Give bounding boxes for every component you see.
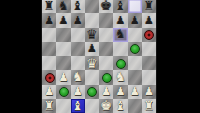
black-pawn-piece: ♟ bbox=[128, 13, 142, 27]
white-pawn-piece: ♟ bbox=[71, 85, 85, 99]
black-rook-piece: ♜ bbox=[42, 0, 56, 13]
square-f7[interactable]: ♟ bbox=[113, 13, 127, 27]
square-d7[interactable] bbox=[85, 13, 99, 27]
square-d2[interactable] bbox=[85, 85, 99, 99]
white-pawn-piece: ♟ bbox=[113, 85, 127, 99]
square-g7[interactable]: ♟ bbox=[128, 13, 142, 27]
square-b2[interactable] bbox=[56, 85, 70, 99]
square-c2[interactable]: ♟ bbox=[71, 85, 85, 99]
square-g3[interactable] bbox=[128, 70, 142, 84]
square-d3[interactable] bbox=[85, 70, 99, 84]
square-a1[interactable]: ♜ bbox=[42, 99, 56, 113]
safe-move-dot[interactable] bbox=[102, 73, 112, 83]
square-c8[interactable]: ♝ bbox=[71, 0, 85, 13]
square-a4[interactable] bbox=[42, 56, 56, 70]
square-a7[interactable]: ♟ bbox=[42, 13, 56, 27]
square-g4[interactable] bbox=[128, 56, 142, 70]
square-c1[interactable]: ♝ bbox=[71, 99, 85, 113]
square-b5[interactable] bbox=[56, 42, 70, 56]
chess-board: ♜♞♝♚♝♜♟♟♟♟♟♟♛♞♟♛♟♞♞♟♟♟♟♟♟♜♝♚♝♜ bbox=[42, 0, 156, 113]
square-e7[interactable] bbox=[99, 13, 113, 27]
white-king-piece: ♚ bbox=[99, 99, 113, 113]
square-h8[interactable]: ♜ bbox=[142, 0, 156, 13]
square-b3[interactable]: ♟ bbox=[56, 70, 70, 84]
safe-move-dot[interactable] bbox=[87, 87, 97, 97]
square-f4[interactable] bbox=[113, 56, 127, 70]
square-h6[interactable] bbox=[142, 28, 156, 42]
white-pawn-piece: ♟ bbox=[128, 85, 142, 99]
white-bishop-piece: ♝ bbox=[71, 99, 85, 113]
square-c6[interactable] bbox=[71, 28, 85, 42]
square-f2[interactable]: ♟ bbox=[113, 85, 127, 99]
square-h5[interactable] bbox=[142, 42, 156, 56]
white-knight-piece: ♞ bbox=[113, 70, 127, 84]
white-bishop-piece: ♝ bbox=[113, 99, 127, 113]
safe-move-dot[interactable] bbox=[59, 87, 69, 97]
square-c3[interactable]: ♞ bbox=[71, 70, 85, 84]
square-d4[interactable]: ♛ bbox=[85, 56, 99, 70]
app-background: ♜♞♝♚♝♜♟♟♟♟♟♟♛♞♟♛♟♞♞♟♟♟♟♟♟♜♝♚♝♜ bbox=[0, 0, 200, 113]
black-pawn-piece: ♟ bbox=[85, 42, 99, 56]
square-g2[interactable]: ♟ bbox=[128, 85, 142, 99]
square-a3[interactable] bbox=[42, 70, 56, 84]
square-e5[interactable] bbox=[99, 42, 113, 56]
black-bishop-piece: ♝ bbox=[113, 0, 127, 13]
black-pawn-piece: ♟ bbox=[142, 13, 156, 27]
square-g6[interactable] bbox=[128, 28, 142, 42]
square-f3[interactable]: ♞ bbox=[113, 70, 127, 84]
square-f5[interactable] bbox=[113, 42, 127, 56]
square-f6[interactable]: ♞ bbox=[113, 28, 127, 42]
black-king-piece: ♚ bbox=[99, 0, 113, 13]
square-a2[interactable]: ♟ bbox=[42, 85, 56, 99]
square-d8[interactable] bbox=[85, 0, 99, 13]
square-a6[interactable] bbox=[42, 28, 56, 42]
square-e8[interactable]: ♚ bbox=[99, 0, 113, 13]
white-pawn-piece: ♟ bbox=[142, 85, 156, 99]
square-a5[interactable] bbox=[42, 42, 56, 56]
square-h3[interactable] bbox=[142, 70, 156, 84]
square-h7[interactable]: ♟ bbox=[142, 13, 156, 27]
white-pawn-piece: ♟ bbox=[56, 70, 70, 84]
square-d1[interactable] bbox=[85, 99, 99, 113]
square-h4[interactable] bbox=[142, 56, 156, 70]
black-bishop-piece: ♝ bbox=[71, 0, 85, 13]
square-d5[interactable]: ♟ bbox=[85, 42, 99, 56]
square-e3[interactable] bbox=[99, 70, 113, 84]
black-pawn-piece: ♟ bbox=[71, 13, 85, 27]
square-a8[interactable]: ♜ bbox=[42, 0, 56, 13]
black-pawn-piece: ♟ bbox=[42, 13, 56, 27]
white-knight-piece: ♞ bbox=[71, 70, 85, 84]
square-f8[interactable]: ♝ bbox=[113, 0, 127, 13]
white-pawn-piece: ♟ bbox=[42, 85, 56, 99]
black-rook-piece: ♜ bbox=[142, 0, 156, 13]
square-g8[interactable] bbox=[128, 0, 142, 13]
square-e6[interactable] bbox=[99, 28, 113, 42]
square-g5[interactable] bbox=[128, 42, 142, 56]
unsafe-move-dot[interactable] bbox=[45, 73, 55, 83]
safe-move-dot[interactable] bbox=[116, 59, 126, 69]
black-knight-piece: ♞ bbox=[113, 28, 127, 42]
square-e2[interactable]: ♟ bbox=[99, 85, 113, 99]
square-h2[interactable]: ♟ bbox=[142, 85, 156, 99]
safe-move-dot[interactable] bbox=[130, 44, 140, 54]
white-queen-piece: ♛ bbox=[85, 56, 99, 70]
unsafe-move-dot[interactable] bbox=[144, 30, 154, 40]
square-b8[interactable]: ♞ bbox=[56, 0, 70, 13]
square-d6[interactable]: ♛ bbox=[85, 28, 99, 42]
square-c4[interactable] bbox=[71, 56, 85, 70]
square-f1[interactable]: ♝ bbox=[113, 99, 127, 113]
square-g1[interactable] bbox=[128, 99, 142, 113]
square-b4[interactable] bbox=[56, 56, 70, 70]
black-queen-piece: ♛ bbox=[85, 28, 99, 42]
white-pawn-piece: ♟ bbox=[99, 85, 113, 99]
square-c5[interactable] bbox=[71, 42, 85, 56]
white-rook-piece: ♜ bbox=[142, 99, 156, 113]
black-knight-piece: ♞ bbox=[56, 0, 70, 13]
white-rook-piece: ♜ bbox=[42, 99, 56, 113]
square-b1[interactable] bbox=[56, 99, 70, 113]
square-e4[interactable] bbox=[99, 56, 113, 70]
black-pawn-piece: ♟ bbox=[113, 13, 127, 27]
square-h1[interactable]: ♜ bbox=[142, 99, 156, 113]
square-e1[interactable]: ♚ bbox=[99, 99, 113, 113]
black-pawn-piece: ♟ bbox=[56, 13, 70, 27]
square-c7[interactable]: ♟ bbox=[71, 13, 85, 27]
square-b6[interactable] bbox=[56, 28, 70, 42]
square-b7[interactable]: ♟ bbox=[56, 13, 70, 27]
